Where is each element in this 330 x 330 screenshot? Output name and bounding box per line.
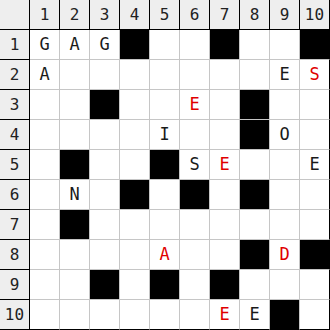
letter-cell-r10c8[interactable]: E	[240, 300, 270, 330]
black-cell-r9c3	[90, 270, 120, 300]
black-cell-r6c8	[240, 180, 270, 210]
cell-r1c6[interactable]	[180, 30, 210, 60]
row-header-8: 8	[0, 240, 30, 270]
crossword-board: 123456789101GAG2AES3E4IO5SEE6N78AD910EE	[0, 0, 330, 330]
col-header-10: 10	[300, 0, 330, 30]
row-header-9: 9	[0, 270, 30, 300]
letter-cell-r4c9[interactable]: O	[270, 120, 300, 150]
cell-r9c9[interactable]	[270, 270, 300, 300]
black-cell-r1c7	[210, 30, 240, 60]
cell-r4c7[interactable]	[210, 120, 240, 150]
black-cell-r7c2	[60, 210, 90, 240]
black-cell-r8c10	[300, 240, 330, 270]
col-header-6: 6	[180, 0, 210, 30]
letter-cell-r1c1[interactable]: G	[30, 30, 60, 60]
letter-cell-r6c2[interactable]: N	[60, 180, 90, 210]
cell-r10c3[interactable]	[90, 300, 120, 330]
cell-r8c2[interactable]	[60, 240, 90, 270]
cell-r2c8[interactable]	[240, 60, 270, 90]
cell-r2c3[interactable]	[90, 60, 120, 90]
black-cell-r9c7	[210, 270, 240, 300]
row-header-10: 10	[0, 300, 30, 330]
black-cell-r1c4	[120, 30, 150, 60]
letter-cell-r10c7[interactable]: E	[210, 300, 240, 330]
cell-r4c10[interactable]	[300, 120, 330, 150]
cell-r5c9[interactable]	[270, 150, 300, 180]
letter-cell-r2c1[interactable]: A	[30, 60, 60, 90]
cell-r2c4[interactable]	[120, 60, 150, 90]
cell-r9c10[interactable]	[300, 270, 330, 300]
cell-r3c7[interactable]	[210, 90, 240, 120]
cell-r9c2[interactable]	[60, 270, 90, 300]
cell-r2c6[interactable]	[180, 60, 210, 90]
cell-r9c8[interactable]	[240, 270, 270, 300]
cell-r7c10[interactable]	[300, 210, 330, 240]
black-cell-r10c9	[270, 300, 300, 330]
cell-r9c6[interactable]	[180, 270, 210, 300]
row-header-2: 2	[0, 60, 30, 90]
col-header-4: 4	[120, 0, 150, 30]
row-header-4: 4	[0, 120, 30, 150]
cell-r6c3[interactable]	[90, 180, 120, 210]
cell-r3c1[interactable]	[30, 90, 60, 120]
cell-r7c1[interactable]	[30, 210, 60, 240]
letter-cell-r2c9[interactable]: E	[270, 60, 300, 90]
black-cell-r5c2	[60, 150, 90, 180]
letter-cell-r5c7[interactable]: E	[210, 150, 240, 180]
cell-r7c8[interactable]	[240, 210, 270, 240]
letter-cell-r5c10[interactable]: E	[300, 150, 330, 180]
letter-cell-r2c10[interactable]: S	[300, 60, 330, 90]
cell-r8c3[interactable]	[90, 240, 120, 270]
cell-r3c9[interactable]	[270, 90, 300, 120]
letter-cell-r3c6[interactable]: E	[180, 90, 210, 120]
letter-cell-r8c5[interactable]: A	[150, 240, 180, 270]
cell-r3c4[interactable]	[120, 90, 150, 120]
cell-r6c5[interactable]	[150, 180, 180, 210]
col-header-1: 1	[30, 0, 60, 30]
cell-r1c9[interactable]	[270, 30, 300, 60]
col-header-7: 7	[210, 0, 240, 30]
cell-r8c7[interactable]	[210, 240, 240, 270]
row-header-6: 6	[0, 180, 30, 210]
cell-r8c1[interactable]	[30, 240, 60, 270]
cell-r10c4[interactable]	[120, 300, 150, 330]
cell-r1c5[interactable]	[150, 30, 180, 60]
col-header-8: 8	[240, 0, 270, 30]
row-header-5: 5	[0, 150, 30, 180]
cell-r10c6[interactable]	[180, 300, 210, 330]
cell-r6c7[interactable]	[210, 180, 240, 210]
cell-r5c1[interactable]	[30, 150, 60, 180]
cell-r5c3[interactable]	[90, 150, 120, 180]
cell-r3c2[interactable]	[60, 90, 90, 120]
black-cell-r3c8	[240, 90, 270, 120]
black-cell-r3c3	[90, 90, 120, 120]
cell-r10c5[interactable]	[150, 300, 180, 330]
cell-r4c6[interactable]	[180, 120, 210, 150]
letter-cell-r1c2[interactable]: A	[60, 30, 90, 60]
cell-r1c8[interactable]	[240, 30, 270, 60]
cell-r9c1[interactable]	[30, 270, 60, 300]
cell-r2c5[interactable]	[150, 60, 180, 90]
col-header-5: 5	[150, 0, 180, 30]
letter-cell-r5c6[interactable]: S	[180, 150, 210, 180]
cell-r7c4[interactable]	[120, 210, 150, 240]
row-header-1: 1	[0, 30, 30, 60]
black-cell-r1c10	[300, 30, 330, 60]
cell-r6c1[interactable]	[30, 180, 60, 210]
letter-cell-r8c9[interactable]: D	[270, 240, 300, 270]
row-header-7: 7	[0, 210, 30, 240]
letter-cell-r4c5[interactable]: I	[150, 120, 180, 150]
black-cell-r6c6	[180, 180, 210, 210]
black-cell-r6c4	[120, 180, 150, 210]
cell-r7c7[interactable]	[210, 210, 240, 240]
cell-r6c10[interactable]	[300, 180, 330, 210]
cell-r7c3[interactable]	[90, 210, 120, 240]
cell-r4c4[interactable]	[120, 120, 150, 150]
cell-r5c4[interactable]	[120, 150, 150, 180]
cell-r10c10[interactable]	[300, 300, 330, 330]
row-header-3: 3	[0, 90, 30, 120]
col-header-2: 2	[60, 0, 90, 30]
letter-cell-r1c3[interactable]: G	[90, 30, 120, 60]
black-cell-r8c8	[240, 240, 270, 270]
cell-r7c9[interactable]	[270, 210, 300, 240]
cell-r8c6[interactable]	[180, 240, 210, 270]
cell-r6c9[interactable]	[270, 180, 300, 210]
black-cell-r5c5	[150, 150, 180, 180]
cell-r8c4[interactable]	[120, 240, 150, 270]
corner-cell	[0, 0, 30, 30]
cell-r9c4[interactable]	[120, 270, 150, 300]
black-cell-r9c5	[150, 270, 180, 300]
cell-r3c10[interactable]	[300, 90, 330, 120]
cell-r10c2[interactable]	[60, 300, 90, 330]
cell-r3c5[interactable]	[150, 90, 180, 120]
cell-r7c5[interactable]	[150, 210, 180, 240]
cell-r10c1[interactable]	[30, 300, 60, 330]
cell-r2c7[interactable]	[210, 60, 240, 90]
cell-r4c2[interactable]	[60, 120, 90, 150]
cell-r2c2[interactable]	[60, 60, 90, 90]
cell-r7c6[interactable]	[180, 210, 210, 240]
cell-r4c1[interactable]	[30, 120, 60, 150]
col-header-3: 3	[90, 0, 120, 30]
col-header-9: 9	[270, 0, 300, 30]
cell-r4c3[interactable]	[90, 120, 120, 150]
black-cell-r4c8	[240, 120, 270, 150]
cell-r5c8[interactable]	[240, 150, 270, 180]
